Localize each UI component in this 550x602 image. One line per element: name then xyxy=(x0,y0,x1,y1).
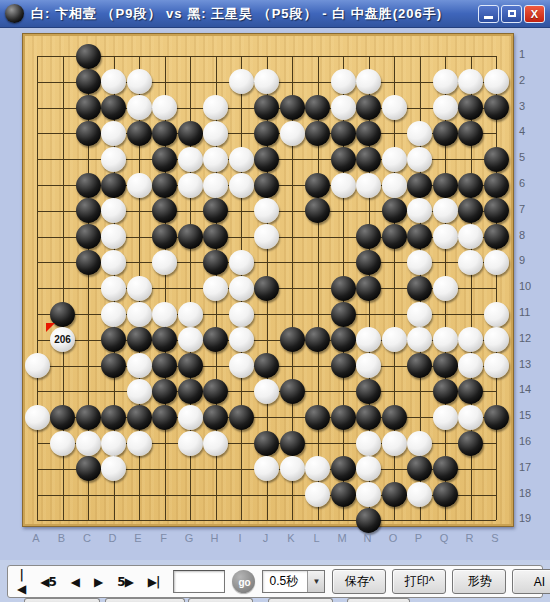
row-label: 16 xyxy=(519,435,539,447)
row-label: 15 xyxy=(519,409,539,421)
stone-white xyxy=(331,95,356,120)
stone-black xyxy=(101,405,126,430)
stone-black xyxy=(407,224,432,249)
stone-white xyxy=(407,250,432,275)
stone-white xyxy=(305,456,330,481)
stone-black xyxy=(356,121,381,146)
stone-white xyxy=(433,198,458,223)
partial-button[interactable] xyxy=(347,598,410,602)
stone-black xyxy=(356,95,381,120)
stone-black xyxy=(229,405,254,430)
stone-white xyxy=(458,69,483,94)
first-move-button[interactable]: |◀ xyxy=(14,566,28,598)
stone-white xyxy=(127,431,152,456)
col-label: C xyxy=(79,532,95,544)
stone-white xyxy=(127,95,152,120)
stone-black xyxy=(101,353,126,378)
main-area: 206 ABCDEFGHIJKLMNOPQRS 1234567891011121… xyxy=(0,28,550,560)
stone-black xyxy=(305,121,330,146)
back-5-button[interactable]: ◀5 xyxy=(37,573,59,591)
minimize-button[interactable] xyxy=(478,5,499,23)
row-label: 5 xyxy=(519,151,539,163)
stone-white xyxy=(101,276,126,301)
stone-black xyxy=(254,95,279,120)
stone-white xyxy=(484,302,509,327)
partial-button[interactable] xyxy=(188,598,253,602)
stone-black xyxy=(331,302,356,327)
stone-white xyxy=(178,147,203,172)
stone-black xyxy=(203,250,228,275)
stone-black xyxy=(382,482,407,507)
stone-black xyxy=(127,121,152,146)
row-label: 11 xyxy=(519,306,539,318)
stone-black xyxy=(152,379,177,404)
stone-black xyxy=(331,405,356,430)
stone-black xyxy=(76,44,101,69)
stone-white xyxy=(433,224,458,249)
stone-black xyxy=(484,147,509,172)
stone-black xyxy=(254,147,279,172)
col-label: K xyxy=(283,532,299,544)
stone-white xyxy=(356,482,381,507)
stone-black xyxy=(407,173,432,198)
col-label: E xyxy=(130,532,146,544)
col-label: B xyxy=(54,532,70,544)
stone-white xyxy=(331,69,356,94)
col-label: P xyxy=(411,532,427,544)
col-label: I xyxy=(232,532,248,544)
delay-dropdown[interactable]: 0.5秒 ▼ xyxy=(262,570,325,593)
stone-black xyxy=(76,405,101,430)
col-label: R xyxy=(462,532,478,544)
stone-black xyxy=(382,198,407,223)
stone-black xyxy=(127,327,152,352)
stone-black xyxy=(356,276,381,301)
forward-5-button[interactable]: 5▶ xyxy=(114,573,136,591)
stone-white xyxy=(356,173,381,198)
stone-black xyxy=(305,95,330,120)
stone-black xyxy=(76,224,101,249)
partial-button[interactable] xyxy=(105,598,185,602)
stone-white xyxy=(407,327,432,352)
stone-black xyxy=(76,95,101,120)
stone-white xyxy=(229,69,254,94)
col-label: F xyxy=(156,532,172,544)
stone-white xyxy=(433,405,458,430)
back-button[interactable]: ◀ xyxy=(68,573,82,591)
row-label: 2 xyxy=(519,74,539,86)
last-move-stone: 206 xyxy=(50,327,75,352)
row-label: 6 xyxy=(519,177,539,189)
stone-black xyxy=(382,405,407,430)
col-label: Q xyxy=(436,532,452,544)
stone-black xyxy=(152,327,177,352)
stone-black xyxy=(484,173,509,198)
stone-white xyxy=(433,95,458,120)
stone-white xyxy=(254,198,279,223)
stone-white xyxy=(254,69,279,94)
stone-black xyxy=(203,405,228,430)
stone-white xyxy=(203,95,228,120)
stone-white xyxy=(50,431,75,456)
stone-white xyxy=(203,276,228,301)
stone-black xyxy=(331,147,356,172)
stone-black xyxy=(76,198,101,223)
stone-white xyxy=(433,276,458,301)
stone-white xyxy=(433,69,458,94)
stone-white xyxy=(101,198,126,223)
stone-black xyxy=(76,173,101,198)
stone-black xyxy=(152,353,177,378)
col-label: S xyxy=(487,532,503,544)
stone-black xyxy=(178,353,203,378)
situation-button[interactable]: 形势 xyxy=(452,569,506,594)
stone-white xyxy=(127,173,152,198)
col-label: N xyxy=(360,532,376,544)
stone-white xyxy=(356,431,381,456)
stone-black xyxy=(484,224,509,249)
row-label: 3 xyxy=(519,100,539,112)
stone-black xyxy=(280,379,305,404)
stone-black xyxy=(331,276,356,301)
stone-white xyxy=(178,302,203,327)
stone-white xyxy=(254,379,279,404)
stone-black xyxy=(458,95,483,120)
stone-white xyxy=(101,456,126,481)
row-label: 18 xyxy=(519,487,539,499)
grid-line xyxy=(37,520,496,521)
stone-white xyxy=(101,69,126,94)
cutoff-button-row xyxy=(0,596,550,602)
stone-white xyxy=(25,405,50,430)
stone-white xyxy=(101,302,126,327)
stone-black xyxy=(458,198,483,223)
go-board[interactable]: 206 xyxy=(22,33,514,527)
stone-white xyxy=(229,250,254,275)
stone-black xyxy=(356,147,381,172)
col-label: A xyxy=(28,532,44,544)
stone-black xyxy=(458,379,483,404)
stone-black xyxy=(254,353,279,378)
stone-black xyxy=(407,353,432,378)
stone-white xyxy=(458,250,483,275)
stone-white xyxy=(101,250,126,275)
stone-black xyxy=(331,482,356,507)
col-label: J xyxy=(258,532,274,544)
stone-white xyxy=(229,173,254,198)
row-label: 10 xyxy=(519,280,539,292)
stone-black xyxy=(152,405,177,430)
col-label: M xyxy=(334,532,350,544)
stone-white xyxy=(458,327,483,352)
partial-button[interactable] xyxy=(268,598,333,602)
stone-black xyxy=(356,508,381,533)
stone-black xyxy=(101,173,126,198)
stone-white xyxy=(178,327,203,352)
stone-black xyxy=(280,431,305,456)
last-move-button[interactable]: ▶| xyxy=(145,573,163,591)
app-logo-icon xyxy=(5,4,24,23)
stone-white xyxy=(254,456,279,481)
stone-white xyxy=(203,121,228,146)
close-button[interactable]: X xyxy=(524,5,545,23)
stone-white xyxy=(152,95,177,120)
go-button[interactable]: go xyxy=(232,570,255,593)
stone-white xyxy=(407,121,432,146)
stone-black xyxy=(484,405,509,430)
stone-black xyxy=(101,327,126,352)
stone-white xyxy=(101,431,126,456)
stone-white xyxy=(458,353,483,378)
stone-white xyxy=(407,302,432,327)
stone-black xyxy=(152,198,177,223)
stone-black xyxy=(152,224,177,249)
stone-black xyxy=(305,327,330,352)
stone-white xyxy=(127,276,152,301)
stone-white xyxy=(484,250,509,275)
stone-black xyxy=(484,198,509,223)
stone-black xyxy=(101,95,126,120)
stone-black xyxy=(407,276,432,301)
stone-white xyxy=(433,327,458,352)
stone-white xyxy=(101,147,126,172)
stone-black xyxy=(178,121,203,146)
stone-black xyxy=(331,121,356,146)
row-label: 12 xyxy=(519,332,539,344)
stone-black xyxy=(458,431,483,456)
delay-value: 0.5秒 xyxy=(263,573,307,590)
stone-white xyxy=(382,327,407,352)
stone-black xyxy=(331,353,356,378)
stone-white xyxy=(458,224,483,249)
stone-white xyxy=(152,302,177,327)
stone-black xyxy=(433,173,458,198)
stone-black xyxy=(280,327,305,352)
stone-black xyxy=(254,121,279,146)
stone-black xyxy=(433,353,458,378)
stone-white xyxy=(382,173,407,198)
maximize-button[interactable] xyxy=(501,5,522,23)
row-label: 19 xyxy=(519,512,539,524)
stone-black xyxy=(458,173,483,198)
stone-white xyxy=(101,121,126,146)
stone-black xyxy=(433,482,458,507)
stone-white xyxy=(203,147,228,172)
move-number-label: 206 xyxy=(50,327,75,352)
stone-white xyxy=(356,327,381,352)
stone-black xyxy=(458,121,483,146)
stone-black xyxy=(407,456,432,481)
stone-white xyxy=(484,353,509,378)
stone-white xyxy=(382,147,407,172)
stone-white xyxy=(178,405,203,430)
title-bar: 白: 卞相壹 （P9段） vs 黑: 王星昊 （P5段） - 白 中盘胜(206… xyxy=(0,0,550,28)
stone-black xyxy=(50,405,75,430)
stone-white xyxy=(127,353,152,378)
stone-black xyxy=(254,431,279,456)
stone-white xyxy=(101,224,126,249)
stone-white xyxy=(229,302,254,327)
stone-white xyxy=(280,121,305,146)
row-label: 17 xyxy=(519,461,539,473)
chevron-down-icon[interactable]: ▼ xyxy=(307,571,324,592)
print-button[interactable]: 打印^ xyxy=(392,569,446,594)
stone-black xyxy=(382,224,407,249)
move-number-input[interactable] xyxy=(173,570,225,593)
grid-line xyxy=(496,56,497,520)
stone-white xyxy=(229,327,254,352)
stone-black xyxy=(152,173,177,198)
stone-white xyxy=(178,173,203,198)
stone-white xyxy=(178,431,203,456)
stone-white xyxy=(407,431,432,456)
stone-black xyxy=(254,276,279,301)
stone-black xyxy=(356,250,381,275)
row-label: 4 xyxy=(519,125,539,137)
stone-black xyxy=(76,250,101,275)
stone-white xyxy=(254,224,279,249)
stone-black xyxy=(152,121,177,146)
stone-black xyxy=(356,379,381,404)
stone-white xyxy=(331,173,356,198)
stone-black xyxy=(76,121,101,146)
stone-black xyxy=(203,327,228,352)
col-label: O xyxy=(385,532,401,544)
ai-button[interactable]: AI xyxy=(512,569,550,594)
stone-black xyxy=(127,405,152,430)
row-label: 8 xyxy=(519,229,539,241)
stone-white xyxy=(407,482,432,507)
stone-white xyxy=(458,405,483,430)
window-title: 白: 卞相壹 （P9段） vs 黑: 王星昊 （P5段） - 白 中盘胜(206… xyxy=(31,5,478,23)
row-label: 1 xyxy=(519,48,539,60)
partial-button[interactable] xyxy=(24,598,100,602)
forward-button[interactable]: ▶ xyxy=(91,573,105,591)
stone-black xyxy=(433,456,458,481)
stone-black xyxy=(305,198,330,223)
stone-white xyxy=(356,456,381,481)
col-label: L xyxy=(309,532,325,544)
stone-black xyxy=(484,95,509,120)
stone-white xyxy=(229,147,254,172)
stone-white xyxy=(484,327,509,352)
col-label: D xyxy=(105,532,121,544)
stone-white xyxy=(127,379,152,404)
stone-black xyxy=(331,327,356,352)
row-label: 9 xyxy=(519,254,539,266)
stone-white xyxy=(356,353,381,378)
stone-black xyxy=(356,224,381,249)
stone-black xyxy=(356,405,381,430)
stone-white xyxy=(280,456,305,481)
stone-black xyxy=(433,121,458,146)
stone-white xyxy=(127,302,152,327)
stone-white xyxy=(382,431,407,456)
stone-white xyxy=(203,431,228,456)
stone-white xyxy=(382,95,407,120)
stone-white xyxy=(484,69,509,94)
stone-black xyxy=(280,95,305,120)
stone-white xyxy=(229,276,254,301)
stone-black xyxy=(203,198,228,223)
stone-white xyxy=(152,250,177,275)
stone-black xyxy=(203,224,228,249)
stone-white xyxy=(356,69,381,94)
stone-white xyxy=(127,69,152,94)
row-label: 14 xyxy=(519,383,539,395)
stone-black xyxy=(305,405,330,430)
save-button[interactable]: 保存^ xyxy=(332,569,386,594)
stone-black xyxy=(254,173,279,198)
stone-white xyxy=(203,173,228,198)
col-label: H xyxy=(207,532,223,544)
row-label: 7 xyxy=(519,203,539,215)
stone-black xyxy=(433,379,458,404)
stone-white xyxy=(407,198,432,223)
stone-white xyxy=(25,353,50,378)
stone-black xyxy=(178,379,203,404)
stone-black xyxy=(76,456,101,481)
stone-black xyxy=(203,379,228,404)
stone-black xyxy=(178,224,203,249)
stone-white xyxy=(76,431,101,456)
row-label: 13 xyxy=(519,358,539,370)
stone-white xyxy=(407,147,432,172)
col-label: G xyxy=(181,532,197,544)
stone-black xyxy=(152,147,177,172)
stone-black xyxy=(305,173,330,198)
stone-white xyxy=(229,353,254,378)
stone-black xyxy=(76,69,101,94)
stone-white xyxy=(305,482,330,507)
stone-black xyxy=(331,456,356,481)
